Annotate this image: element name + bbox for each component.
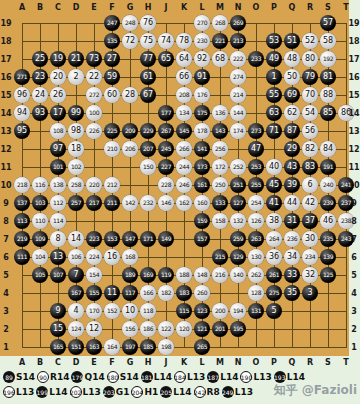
white-stone-n11: 252	[230, 159, 246, 175]
white-stone-k15: 208	[176, 87, 192, 103]
col-label-bottom: K	[181, 358, 187, 367]
annotation-point-label: L14	[154, 372, 172, 382]
white-stone-l15: 176	[194, 87, 210, 103]
white-stone-h19: 76	[140, 15, 156, 31]
col-label-top: F	[109, 3, 114, 12]
white-stone-g19: 248	[122, 15, 138, 31]
annotation-move-190: 190L13	[240, 371, 271, 383]
black-stone-g5: 189	[122, 267, 138, 283]
black-stone-q4: 35	[284, 285, 300, 301]
annotation-move-179: 179Q14	[71, 371, 104, 383]
black-stone-c17: 19	[50, 51, 66, 67]
col-label-top: P	[271, 3, 277, 12]
white-stone-b15: 24	[32, 87, 48, 103]
black-stone-j14: 177	[158, 105, 174, 121]
white-stone-g15: 28	[122, 87, 138, 103]
black-stone-g7: 147	[122, 231, 138, 247]
white-stone-c16: 20	[50, 69, 66, 85]
black-stone-h12: 207	[140, 141, 156, 157]
white-stone-k17: 64	[176, 51, 192, 67]
black-stone-c14: 17	[50, 105, 66, 121]
white-stone-k9: 162	[176, 195, 192, 211]
white-stone-f1: 164	[104, 339, 120, 355]
white-stone-m8: 158	[212, 213, 228, 229]
black-stone-q13: 87	[284, 123, 300, 139]
white-stone-k11: 244	[176, 159, 192, 175]
black-stone-c11: 101	[50, 159, 66, 175]
col-label-bottom: P	[271, 358, 277, 367]
black-stone-m18: 221	[212, 33, 228, 49]
annotation-move-242: 242R8	[194, 386, 220, 398]
black-stone-n7: 259	[230, 231, 246, 247]
col-label-top: S	[325, 3, 331, 12]
white-stone-e13: 226	[86, 123, 102, 139]
black-stone-m13: 143	[212, 123, 228, 139]
row-label-left: 16	[0, 73, 11, 82]
annotation-point-label: R14	[50, 372, 69, 382]
black-stone-b5: 105	[32, 267, 48, 283]
black-stone-n18: 213	[230, 33, 246, 49]
white-stone-c8: 114	[50, 213, 66, 229]
black-stone-s14: 85	[320, 105, 336, 121]
white-stone-n16: 274	[230, 69, 246, 85]
black-stone-l12: 141	[194, 141, 210, 157]
col-label-top: N	[235, 3, 242, 12]
white-stone-r15: 70	[302, 87, 318, 103]
annotation-point-label: L13	[83, 387, 101, 397]
black-stone-h13: 229	[140, 123, 156, 139]
white-stone-r14: 54	[302, 105, 318, 121]
ko-annotation-line-2: 196L13199L14202L13203G1204H1205L14242R82…	[3, 385, 255, 399]
row-label-left: 14	[0, 109, 11, 118]
white-stone-e10: 220	[86, 177, 102, 193]
white-stone-m12: 256	[212, 141, 228, 157]
white-stone-l19: 270	[194, 15, 210, 31]
col-label-top: L	[199, 3, 204, 12]
black-stone-j17: 65	[158, 51, 174, 67]
col-label-top: B	[37, 3, 43, 12]
annotation-point-label: S14	[120, 372, 139, 382]
white-stone-p11: 40	[266, 159, 282, 175]
white-annotation-disc: 180	[107, 371, 119, 383]
white-stone-c10: 138	[50, 177, 66, 193]
white-stone-q14: 62	[284, 105, 300, 121]
white-stone-g12: 206	[122, 141, 138, 157]
white-stone-j9: 146	[158, 195, 174, 211]
black-stone-f17: 27	[104, 51, 120, 67]
row-label-right: 7	[351, 235, 357, 244]
white-stone-l5: 148	[194, 267, 210, 283]
white-stone-n5: 140	[230, 267, 246, 283]
black-stone-j7: 149	[158, 231, 174, 247]
black-stone-n9: 127	[230, 195, 246, 211]
row-label-right: 12	[348, 145, 359, 154]
annotation-move-180: 180S14	[107, 371, 139, 383]
row-label-left: 18	[0, 37, 11, 46]
black-stone-s5: 125	[320, 267, 336, 283]
annotation-move-204: 204H1	[131, 386, 158, 398]
black-stone-h1: 185	[140, 339, 156, 355]
row-label-right: 17	[348, 55, 359, 64]
white-stone-p7: 264	[266, 231, 282, 247]
white-stone-a10: 218	[14, 177, 30, 193]
white-stone-n14: 144	[230, 105, 246, 121]
black-stone-s19: 57	[320, 15, 336, 31]
white-stone-m19: 268	[212, 15, 228, 31]
black-stone-l14: 175	[194, 105, 210, 121]
black-stone-o12: 47	[248, 141, 264, 157]
white-stone-k16: 66	[176, 69, 192, 85]
black-annotation-disc: 249	[222, 386, 234, 398]
black-stone-h16: 61	[140, 69, 156, 85]
col-label-top: M	[216, 3, 224, 12]
row-label-right: 5	[351, 271, 357, 280]
row-label-left: 5	[3, 271, 9, 280]
row-label-left: 6	[3, 253, 9, 262]
row-label-left: 1	[3, 343, 9, 352]
white-stone-h18: 75	[140, 33, 156, 49]
black-annotation-disc: 203	[103, 386, 115, 398]
black-stone-b16: 23	[32, 69, 48, 85]
white-stone-q7: 236	[284, 231, 300, 247]
black-stone-e1: 163	[86, 339, 102, 355]
white-stone-o9: 254	[248, 195, 264, 211]
black-stone-j13: 267	[158, 123, 174, 139]
annotation-point-label: H1	[144, 387, 158, 397]
black-stone-o13: 273	[248, 123, 264, 139]
black-stone-p4: 275	[266, 285, 282, 301]
black-stone-f9: 211	[104, 195, 120, 211]
col-label-bottom: G	[127, 358, 134, 367]
black-stone-d14: 99	[68, 105, 84, 121]
col-label-top: E	[91, 3, 96, 12]
white-stone-r9: 42	[302, 195, 318, 211]
black-stone-k13: 145	[176, 123, 192, 139]
black-stone-c6: 13	[50, 249, 66, 265]
black-stone-p3: 5	[266, 303, 282, 319]
black-stone-c5: 107	[50, 267, 66, 283]
black-annotation-disc: 187	[207, 371, 219, 383]
row-label-left: 12	[0, 145, 11, 154]
white-stone-e6: 224	[86, 249, 102, 265]
black-stone-e17: 73	[86, 51, 102, 67]
black-stone-o11: 253	[248, 159, 264, 175]
white-stone-c9: 112	[50, 195, 66, 211]
white-stone-m14: 136	[212, 105, 228, 121]
annotation-move-181: 181L14	[141, 371, 172, 383]
white-stone-o4: 128	[248, 285, 264, 301]
row-label-right: 11	[348, 163, 359, 172]
white-stone-c15: 26	[50, 87, 66, 103]
white-stone-s17: 192	[320, 51, 336, 67]
white-stone-d13: 98	[68, 123, 84, 139]
black-stone-q18: 51	[284, 33, 300, 49]
col-label-bottom: J	[165, 358, 168, 367]
black-stone-l10: 161	[194, 177, 210, 193]
white-stone-d2: 124	[68, 321, 84, 337]
annotation-move-249: 249L13	[222, 386, 253, 398]
white-stone-b10: 116	[32, 177, 48, 193]
row-label-left: 11	[0, 163, 11, 172]
white-stone-j10: 228	[158, 177, 174, 193]
black-stone-q11: 43	[284, 159, 300, 175]
white-stone-s12: 84	[320, 141, 336, 157]
row-label-left: 15	[0, 91, 11, 100]
col-label-top: T	[343, 3, 348, 12]
white-stone-g6: 168	[122, 249, 138, 265]
white-stone-n15: 214	[230, 87, 246, 103]
black-stone-p5: 261	[266, 267, 282, 283]
white-stone-d10: 258	[68, 177, 84, 193]
row-label-right: 8	[351, 217, 357, 226]
black-stone-r4: 3	[302, 285, 318, 301]
annotation-point-label: L13	[253, 372, 271, 382]
black-stone-a13: 95	[14, 123, 30, 139]
white-stone-j1: 198	[158, 339, 174, 355]
black-stone-k3: 115	[176, 303, 192, 319]
black-stone-l3: 123	[194, 303, 210, 319]
white-stone-l9: 160	[194, 195, 210, 211]
annotation-move-199: 199L14	[36, 386, 67, 398]
white-stone-m17: 68	[212, 51, 228, 67]
white-stone-m11: 172	[212, 159, 228, 175]
black-stone-s16: 81	[320, 69, 336, 85]
annotation-move-196: 196L13	[3, 386, 34, 398]
black-stone-p15: 55	[266, 87, 282, 103]
row-label-left: 9	[3, 199, 9, 208]
col-label-bottom: H	[145, 358, 152, 367]
row-label-left: 10	[0, 181, 11, 190]
white-stone-h2: 186	[140, 321, 156, 337]
black-stone-o7: 263	[248, 231, 264, 247]
white-stone-b8: 110	[32, 213, 48, 229]
annotation-point-label: L13	[187, 372, 205, 382]
white-annotation-disc: 184	[174, 371, 186, 383]
white-stone-n13: 174	[230, 123, 246, 139]
col-label-top: H	[145, 3, 152, 12]
row-label-left: 3	[3, 307, 9, 316]
white-stone-a15: 96	[14, 87, 30, 103]
white-stone-e3: 170	[86, 303, 102, 319]
black-stone-b9: 103	[32, 195, 48, 211]
black-stone-d1: 151	[68, 339, 84, 355]
white-stone-q17: 48	[284, 51, 300, 67]
black-stone-f16: 59	[104, 69, 120, 85]
white-stone-m5: 216	[212, 267, 228, 283]
black-stone-p9: 41	[266, 195, 282, 211]
row-label-right: 3	[351, 307, 357, 316]
white-stone-d6: 106	[68, 249, 84, 265]
black-stone-g4: 117	[122, 285, 138, 301]
row-label-right: 15	[348, 91, 359, 100]
row-label-right: 10	[348, 181, 359, 190]
black-stone-e9: 217	[86, 195, 102, 211]
white-stone-h4: 166	[140, 285, 156, 301]
white-stone-s8: 46	[320, 213, 336, 229]
black-stone-s7: 235	[320, 231, 336, 247]
white-stone-g18: 72	[122, 33, 138, 49]
white-stone-q16: 50	[284, 69, 300, 85]
white-stone-d3: 4	[68, 303, 84, 319]
black-stone-q5: 33	[284, 267, 300, 283]
white-stone-o6: 130	[248, 249, 264, 265]
annotation-move-187: 187L14	[207, 371, 238, 383]
white-stone-k10: 246	[176, 177, 192, 193]
black-stone-d5: 7	[68, 267, 84, 283]
white-stone-f10: 212	[104, 177, 120, 193]
row-label-right: 9	[351, 199, 357, 208]
black-stone-h5: 169	[140, 267, 156, 283]
black-stone-a6: 111	[14, 249, 30, 265]
black-stone-s11: 191	[320, 159, 336, 175]
row-label-right: 2	[351, 325, 357, 334]
col-label-bottom: E	[91, 358, 96, 367]
black-stone-r16: 79	[302, 69, 318, 85]
black-stone-n6: 129	[230, 249, 246, 265]
black-stone-c1: 165	[50, 339, 66, 355]
go-board[interactable]: ABCDEFGHJKLMNOPQRST191817161514131211109…	[0, 0, 349, 356]
black-stone-j12: 245	[158, 141, 174, 157]
col-label-top: A	[19, 3, 25, 12]
black-stone-j11: 227	[158, 159, 174, 175]
black-stone-k4: 183	[176, 285, 192, 301]
black-stone-g13: 209	[122, 123, 138, 139]
black-stone-b14: 93	[32, 105, 48, 121]
black-stone-r11: 83	[302, 159, 318, 175]
white-stone-a14: 94	[14, 105, 30, 121]
col-label-top: R	[307, 3, 313, 12]
white-stone-f12: 210	[104, 141, 120, 157]
white-stone-s10: 240	[320, 177, 336, 193]
black-stone-h7: 171	[140, 231, 156, 247]
white-stone-o5: 262	[248, 267, 264, 283]
black-stone-a7: 219	[14, 231, 30, 247]
white-stone-j18: 74	[158, 33, 174, 49]
white-annotation-disc: 242	[194, 386, 206, 398]
white-stone-q9: 44	[284, 195, 300, 211]
col-label-bottom: T	[343, 358, 348, 367]
white-stone-l17: 92	[194, 51, 210, 67]
col-label-top: D	[73, 3, 80, 12]
row-label-left: 13	[0, 127, 11, 136]
annotation-move-90: 90R14	[37, 371, 69, 383]
white-stone-c13: 108	[50, 123, 66, 139]
black-annotation-disc: 89	[3, 371, 15, 383]
annotation-point-label: S14	[16, 372, 35, 382]
annotation-move-184: 184L13	[174, 371, 205, 383]
white-stone-r18: 52	[302, 33, 318, 49]
black-stone-c12: 97	[50, 141, 66, 157]
black-stone-d4: 167	[68, 285, 84, 301]
go-kifu-screenshot: ABCDEFGHJKLMNOPQRST191817161514131211109…	[0, 0, 360, 404]
annotation-point-label: L14	[49, 387, 67, 397]
annotation-move-203: 203G1	[103, 386, 130, 398]
row-label-right: 1	[351, 343, 357, 352]
col-label-bottom: Q	[289, 358, 296, 367]
row-label-right: 16	[348, 73, 359, 82]
black-stone-n2: 195	[230, 321, 246, 337]
white-stone-k5: 188	[176, 267, 192, 283]
white-stone-n8: 132	[230, 213, 246, 229]
white-stone-r10: 6	[302, 177, 318, 193]
black-stone-r8: 37	[302, 213, 318, 229]
white-stone-h9: 232	[140, 195, 156, 211]
row-label-left: 7	[3, 235, 9, 244]
col-label-bottom: B	[37, 358, 43, 367]
col-label-bottom: C	[55, 358, 61, 367]
col-label-top: G	[127, 3, 134, 12]
black-stone-s6: 139	[320, 249, 336, 265]
col-label-bottom: S	[325, 358, 331, 367]
col-label-top: O	[253, 3, 260, 12]
annotation-point-label: L13	[235, 387, 253, 397]
annotation-move-89: 89S14	[3, 371, 35, 383]
annotation-move-202: 202L13	[70, 386, 101, 398]
black-annotation-disc: 199	[36, 386, 48, 398]
row-label-left: 2	[3, 325, 9, 334]
black-stone-p16: 1	[266, 69, 282, 85]
white-stone-h3: 118	[140, 303, 156, 319]
white-stone-r17: 80	[302, 51, 318, 67]
white-annotation-disc: 204	[131, 386, 143, 398]
black-stone-c3: 9	[50, 303, 66, 319]
black-stone-c2: 15	[50, 321, 66, 337]
row-label-right: 18	[348, 37, 359, 46]
col-label-bottom: L	[199, 358, 204, 367]
white-stone-m3: 200	[212, 303, 228, 319]
row-label-right: 14	[348, 109, 359, 118]
black-stone-o17: 233	[248, 51, 264, 67]
white-stone-r7: 30	[302, 231, 318, 247]
black-annotation-disc: 181	[141, 371, 153, 383]
black-stone-e7: 223	[86, 231, 102, 247]
white-stone-e16: 22	[86, 69, 102, 85]
white-stone-l13: 178	[194, 123, 210, 139]
black-stone-a8: 113	[14, 213, 30, 229]
black-stone-a9: 137	[14, 195, 30, 211]
white-stone-d11: 102	[68, 159, 84, 175]
annotation-point-label: G1	[116, 387, 130, 397]
white-stone-f15: 60	[104, 87, 120, 103]
annotation-point-label: L14	[173, 387, 191, 397]
black-stone-f18: 135	[104, 33, 120, 49]
annotation-point-label: Q14	[84, 372, 104, 382]
row-label-right: 13	[348, 127, 359, 136]
row-label-left: 19	[0, 19, 11, 28]
black-stone-s9: 239	[320, 195, 336, 211]
black-stone-m6: 215	[212, 249, 228, 265]
black-stone-l11: 173	[194, 159, 210, 175]
row-label-right: 19	[348, 19, 359, 28]
black-stone-d17: 21	[68, 51, 84, 67]
white-stone-c7: 8	[50, 231, 66, 247]
black-stone-n10: 251	[230, 177, 246, 193]
black-stone-l8: 159	[194, 213, 210, 229]
black-stone-j5: 119	[158, 267, 174, 283]
white-annotation-disc: 196	[3, 386, 15, 398]
white-stone-g3: 10	[122, 303, 138, 319]
col-label-bottom: A	[19, 358, 25, 367]
white-stone-e14: 100	[86, 105, 102, 121]
white-stone-r12: 82	[302, 141, 318, 157]
row-label-left: 8	[3, 217, 9, 226]
white-stone-b6: 104	[32, 249, 48, 265]
white-stone-k12: 266	[176, 141, 192, 157]
col-label-bottom: R	[307, 358, 313, 367]
white-stone-h11: 150	[140, 159, 156, 175]
white-stone-f3: 152	[104, 303, 120, 319]
annotation-point-label: R8	[207, 387, 220, 397]
